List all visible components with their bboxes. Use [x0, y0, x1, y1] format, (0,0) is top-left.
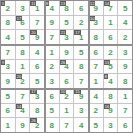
solution-digit: 8: [6, 19, 10, 27]
cell-r8c7[interactable]: 3: [104, 118, 118, 132]
solution-digit: 2: [94, 107, 98, 115]
cell-r3c1[interactable]: 8: [16, 45, 30, 59]
cell-r2c3[interactable]: 7: [45, 30, 59, 44]
cell-r5c4[interactable]: 6: [60, 74, 74, 88]
solution-digit: 2: [50, 63, 54, 71]
cell-r1c6[interactable]: 103: [89, 16, 103, 30]
solution-digit: 9: [64, 49, 68, 57]
cell-r7c8[interactable]: 7: [118, 104, 132, 118]
solution-digit: 5: [20, 34, 24, 42]
cell-r0c8[interactable]: 5: [118, 1, 132, 15]
solution-digit: 9: [20, 122, 24, 130]
solution-digit: 6: [94, 49, 98, 57]
cell-r3c8[interactable]: 3: [118, 45, 132, 59]
cell-r4c6[interactable]: 7: [89, 60, 103, 74]
cell-r5c3[interactable]: 3: [45, 74, 59, 88]
cell-r6c7[interactable]: 8: [104, 89, 118, 103]
solution-digit: 4: [94, 93, 98, 101]
solution-digit: 9: [35, 34, 39, 42]
cell-r5c8[interactable]: 8: [118, 74, 132, 88]
solution-digit: 7: [20, 93, 24, 101]
solution-digit: 9: [79, 93, 83, 101]
cell-r6c3[interactable]: 6: [45, 89, 59, 103]
solution-digit: 5: [123, 5, 127, 13]
cell-r0c5[interactable]: 6: [74, 1, 88, 15]
cell-r2c1[interactable]: 5: [16, 30, 30, 44]
cell-r4c3[interactable]: 2: [45, 60, 59, 74]
solution-digit: 4: [20, 107, 24, 115]
cage-sum: 9: [1, 60, 5, 65]
solution-digit: 5: [79, 49, 83, 57]
cell-r5c6[interactable]: 1: [89, 74, 103, 88]
cell-r4c0[interactable]: 93: [1, 60, 15, 74]
solution-digit: 9: [123, 63, 127, 71]
solution-digit: 7: [123, 107, 127, 115]
cell-r6c6[interactable]: 4: [89, 89, 103, 103]
cell-r3c5[interactable]: 5: [74, 45, 88, 59]
solution-digit: 1: [94, 78, 98, 86]
solution-digit: 9: [108, 107, 112, 115]
solution-digit: 7: [64, 122, 68, 130]
cell-r0c1[interactable]: 3: [16, 1, 30, 15]
solution-digit: 5: [6, 93, 10, 101]
cage-sum: 5: [1, 1, 5, 6]
killer-sudoku-board: 5231118413861291475817679521031445209721…: [0, 0, 133, 133]
cell-r5c2[interactable]: 5: [30, 74, 44, 88]
cell-r3c2[interactable]: 4: [30, 45, 44, 59]
solution-digit: 7: [6, 49, 10, 57]
cell-r4c2[interactable]: 6: [30, 60, 44, 74]
cell-r3c3[interactable]: 1: [45, 45, 59, 59]
cell-r2c5[interactable]: 171: [74, 30, 88, 44]
cell-r0c2[interactable]: 111: [30, 1, 44, 15]
cell-r4c8[interactable]: 9: [118, 60, 132, 74]
cell-r0c3[interactable]: 84: [45, 1, 59, 15]
solution-digit: 4: [79, 122, 83, 130]
cell-r0c0[interactable]: 52: [1, 1, 15, 15]
cell-r1c3[interactable]: 9: [45, 16, 59, 30]
cell-r7c4[interactable]: 1: [60, 104, 74, 118]
cell-r2c7[interactable]: 6: [104, 30, 118, 44]
solution-digit: 2: [123, 34, 127, 42]
cell-r8c5[interactable]: 4: [74, 118, 88, 132]
cell-r8c0[interactable]: 1: [1, 118, 15, 132]
cell-r1c4[interactable]: 5: [60, 16, 74, 30]
cell-r7c5[interactable]: 3: [74, 104, 88, 118]
solution-digit: 7: [50, 34, 54, 42]
cell-r0c7[interactable]: 147: [104, 1, 118, 15]
solution-digit: 3: [20, 5, 24, 13]
cell-r1c8[interactable]: 4: [118, 16, 132, 30]
cell-r6c4[interactable]: 102: [60, 89, 74, 103]
solution-digit: 4: [35, 49, 39, 57]
solution-digit: 2: [35, 122, 39, 130]
solution-digit: 4: [6, 34, 10, 42]
cell-r2c6[interactable]: 8: [89, 30, 103, 44]
solution-digit: 5: [64, 19, 68, 27]
solution-digit: 2: [79, 19, 83, 27]
solution-digit: 7: [108, 5, 112, 13]
solution-digit: 8: [64, 5, 68, 13]
solution-digit: 8: [50, 122, 54, 130]
solution-digit: 8: [35, 107, 39, 115]
solution-digit: 5: [50, 107, 54, 115]
solution-digit: 9: [6, 78, 10, 86]
cell-r1c5[interactable]: 2: [74, 16, 88, 30]
cell-r1c0[interactable]: 8: [1, 16, 15, 30]
solution-digit: 7: [94, 63, 98, 71]
solution-digit: 6: [50, 93, 54, 101]
cell-r7c6[interactable]: 2: [89, 104, 103, 118]
solution-digit: 3: [94, 19, 98, 27]
solution-digit: 9: [50, 19, 54, 27]
solution-digit: 3: [79, 107, 83, 115]
cell-r7c7[interactable]: 169: [104, 104, 118, 118]
solution-digit: 2: [64, 93, 68, 101]
cell-r5c7[interactable]: 84: [104, 74, 118, 88]
solution-digit: 1: [35, 5, 39, 13]
cell-r4c5[interactable]: 8: [74, 60, 88, 74]
cell-r7c0[interactable]: 6: [1, 104, 15, 118]
solution-digit: 8: [123, 78, 127, 86]
solution-digit: 7: [35, 19, 39, 27]
solution-digit: 3: [35, 93, 39, 101]
cell-r2c4[interactable]: 213: [60, 30, 74, 44]
cell-r6c2[interactable]: 173: [30, 89, 44, 103]
cell-r1c1[interactable]: 176: [16, 16, 30, 30]
solution-digit: 2: [108, 49, 112, 57]
solution-digit: 1: [64, 107, 68, 115]
cell-r7c3[interactable]: 5: [45, 104, 59, 118]
solution-digit: 6: [79, 5, 83, 13]
cell-r3c4[interactable]: 9: [60, 45, 74, 59]
solution-digit: 4: [123, 19, 127, 27]
solution-digit: 3: [123, 49, 127, 57]
solution-digit: 5: [94, 122, 98, 130]
cell-r6c1[interactable]: 7: [16, 89, 30, 103]
cage-sum: 8: [104, 74, 108, 79]
cell-r8c2[interactable]: 262: [30, 118, 44, 132]
solution-digit: 1: [123, 93, 127, 101]
solution-digit: 6: [108, 34, 112, 42]
cell-r2c8[interactable]: 2: [118, 30, 132, 44]
cell-r6c5[interactable]: 159: [74, 89, 88, 103]
cell-r1c7[interactable]: 1: [104, 16, 118, 30]
solution-digit: 2: [20, 78, 24, 86]
solution-digit: 3: [6, 63, 10, 71]
solution-digit: 4: [108, 78, 112, 86]
cell-r4c1[interactable]: 1: [16, 60, 30, 74]
solution-digit: 6: [123, 122, 127, 130]
cell-r2c0[interactable]: 4: [1, 30, 15, 44]
cell-r3c6[interactable]: 6: [89, 45, 103, 59]
solution-digit: 6: [35, 63, 39, 71]
solution-digit: 1: [50, 49, 54, 57]
cell-r4c4[interactable]: 264: [60, 60, 74, 74]
solution-digit: 9: [94, 5, 98, 13]
cell-r8c4[interactable]: 7: [60, 118, 74, 132]
solution-digit: 8: [79, 63, 83, 71]
solution-digit: 8: [108, 93, 112, 101]
solution-digit: 4: [64, 63, 68, 71]
solution-digit: 3: [64, 34, 68, 42]
sudoku-grid: 5231118413861291475817679521031445209721…: [0, 0, 133, 133]
cell-r7c2[interactable]: 8: [30, 104, 44, 118]
solution-digit: 3: [50, 78, 54, 86]
cell-r8c6[interactable]: 5: [89, 118, 103, 132]
cell-r5c5[interactable]: 7: [74, 74, 88, 88]
solution-digit: 6: [20, 19, 24, 27]
cell-r2c2[interactable]: 209: [30, 30, 44, 44]
solution-digit: 7: [79, 78, 83, 86]
solution-digit: 6: [6, 107, 10, 115]
solution-digit: 1: [6, 122, 10, 130]
solution-digit: 8: [94, 34, 98, 42]
cell-r5c1[interactable]: 202: [16, 74, 30, 88]
cell-r8c8[interactable]: 6: [118, 118, 132, 132]
cell-r4c7[interactable]: 135: [104, 60, 118, 74]
solution-digit: 8: [20, 49, 24, 57]
solution-digit: 1: [20, 63, 24, 71]
solution-digit: 4: [50, 5, 54, 13]
cell-r5c0[interactable]: 9: [1, 74, 15, 88]
cell-r1c2[interactable]: 7: [30, 16, 44, 30]
cell-r3c0[interactable]: 7: [1, 45, 15, 59]
solution-digit: 2: [6, 5, 10, 13]
solution-digit: 1: [108, 19, 112, 27]
cell-r0c4[interactable]: 138: [60, 1, 74, 15]
solution-digit: 1: [79, 34, 83, 42]
cell-r3c7[interactable]: 2: [104, 45, 118, 59]
cell-r7c1[interactable]: 144: [16, 104, 30, 118]
cell-r8c1[interactable]: 9: [16, 118, 30, 132]
solution-digit: 3: [108, 122, 112, 130]
cell-r0c6[interactable]: 129: [89, 1, 103, 15]
solution-digit: 6: [64, 78, 68, 86]
cage-sum: 8: [45, 1, 49, 6]
solution-digit: 5: [108, 63, 112, 71]
cell-r6c0[interactable]: 5: [1, 89, 15, 103]
cell-r8c3[interactable]: 8: [45, 118, 59, 132]
solution-digit: 5: [35, 78, 39, 86]
cell-r6c8[interactable]: 1: [118, 89, 132, 103]
